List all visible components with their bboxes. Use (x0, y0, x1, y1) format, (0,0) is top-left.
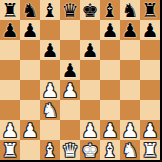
piece-black-pawn: ♟ (81, 40, 98, 60)
piece-black-pawn: ♟ (41, 40, 58, 60)
square-a1[interactable]: ♜ (0, 140, 20, 160)
square-b6[interactable] (20, 40, 40, 60)
piece-black-knight: ♞ (21, 0, 38, 20)
square-d2[interactable] (60, 120, 80, 140)
piece-white-rook: ♜ (141, 140, 158, 160)
square-b7[interactable]: ♟ (20, 20, 40, 40)
square-h1[interactable]: ♜ (140, 140, 160, 160)
square-c2[interactable] (40, 120, 60, 140)
square-g8[interactable]: ♞ (120, 0, 140, 20)
piece-white-pawn: ♟ (121, 120, 138, 140)
square-d8[interactable]: ♛ (60, 0, 80, 20)
square-d4[interactable]: ♟ (60, 80, 80, 100)
square-a5[interactable] (0, 60, 20, 80)
square-b3[interactable] (20, 100, 40, 120)
square-d5[interactable]: ♟ (60, 60, 80, 80)
piece-black-king: ♚ (81, 0, 98, 20)
piece-white-king: ♚ (81, 140, 98, 160)
square-d1[interactable]: ♛ (60, 140, 80, 160)
square-f7[interactable]: ♟ (100, 20, 120, 40)
piece-black-pawn: ♟ (1, 20, 18, 40)
chess-board-frame: ♜♞♝♛♚♝♞♜♟♟♟♟♟♟♟♟♟♟♞♟♟♟♟♟♟♜♝♛♚♝♞♜ (0, 0, 162, 162)
piece-white-pawn: ♟ (41, 80, 58, 100)
piece-black-knight: ♞ (121, 0, 138, 20)
square-h2[interactable]: ♟ (140, 120, 160, 140)
square-e8[interactable]: ♚ (80, 0, 100, 20)
piece-white-knight: ♞ (41, 100, 58, 120)
piece-white-queen: ♛ (61, 140, 78, 160)
square-d3[interactable] (60, 100, 80, 120)
square-f3[interactable] (100, 100, 120, 120)
piece-white-bishop: ♝ (41, 140, 58, 160)
square-c6[interactable]: ♟ (40, 40, 60, 60)
piece-black-pawn: ♟ (101, 20, 118, 40)
square-b5[interactable] (20, 60, 40, 80)
piece-black-pawn: ♟ (61, 60, 78, 80)
square-f8[interactable]: ♝ (100, 0, 120, 20)
square-b8[interactable]: ♞ (20, 0, 40, 20)
square-e1[interactable]: ♚ (80, 140, 100, 160)
piece-black-rook: ♜ (141, 0, 158, 20)
piece-black-pawn: ♟ (141, 20, 158, 40)
square-h7[interactable]: ♟ (140, 20, 160, 40)
square-e2[interactable]: ♟ (80, 120, 100, 140)
square-d6[interactable] (60, 40, 80, 60)
square-c8[interactable]: ♝ (40, 0, 60, 20)
square-h3[interactable] (140, 100, 160, 120)
square-a6[interactable] (0, 40, 20, 60)
square-h6[interactable] (140, 40, 160, 60)
piece-white-pawn: ♟ (101, 120, 118, 140)
square-a2[interactable]: ♟ (0, 120, 20, 140)
square-a7[interactable]: ♟ (0, 20, 20, 40)
piece-black-pawn: ♟ (21, 20, 38, 40)
piece-white-rook: ♜ (1, 140, 18, 160)
piece-white-pawn: ♟ (61, 80, 78, 100)
piece-white-bishop: ♝ (101, 140, 118, 160)
square-h5[interactable] (140, 60, 160, 80)
piece-black-rook: ♜ (1, 0, 18, 20)
square-h4[interactable] (140, 80, 160, 100)
square-g7[interactable]: ♟ (120, 20, 140, 40)
square-f5[interactable] (100, 60, 120, 80)
square-h8[interactable]: ♜ (140, 0, 160, 20)
chess-board: ♜♞♝♛♚♝♞♜♟♟♟♟♟♟♟♟♟♟♞♟♟♟♟♟♟♜♝♛♚♝♞♜ (0, 0, 160, 160)
square-g3[interactable] (120, 100, 140, 120)
square-b1[interactable] (20, 140, 40, 160)
piece-black-bishop: ♝ (101, 0, 118, 20)
square-g1[interactable]: ♞ (120, 140, 140, 160)
square-g2[interactable]: ♟ (120, 120, 140, 140)
piece-white-pawn: ♟ (81, 120, 98, 140)
piece-white-pawn: ♟ (141, 120, 158, 140)
piece-black-pawn: ♟ (121, 20, 138, 40)
square-c1[interactable]: ♝ (40, 140, 60, 160)
square-g4[interactable] (120, 80, 140, 100)
square-g6[interactable] (120, 40, 140, 60)
square-a4[interactable] (0, 80, 20, 100)
square-c7[interactable] (40, 20, 60, 40)
square-e3[interactable] (80, 100, 100, 120)
piece-white-pawn: ♟ (1, 120, 18, 140)
square-g5[interactable] (120, 60, 140, 80)
square-f2[interactable]: ♟ (100, 120, 120, 140)
square-c5[interactable] (40, 60, 60, 80)
square-b2[interactable]: ♟ (20, 120, 40, 140)
piece-white-knight: ♞ (121, 140, 138, 160)
piece-black-queen: ♛ (61, 0, 78, 20)
piece-black-bishop: ♝ (41, 0, 58, 20)
square-c3[interactable]: ♞ (40, 100, 60, 120)
square-f1[interactable]: ♝ (100, 140, 120, 160)
square-a8[interactable]: ♜ (0, 0, 20, 20)
square-b4[interactable] (20, 80, 40, 100)
square-f6[interactable] (100, 40, 120, 60)
square-e4[interactable] (80, 80, 100, 100)
square-a3[interactable] (0, 100, 20, 120)
square-d7[interactable] (60, 20, 80, 40)
square-c4[interactable]: ♟ (40, 80, 60, 100)
square-e7[interactable] (80, 20, 100, 40)
square-e6[interactable]: ♟ (80, 40, 100, 60)
piece-white-pawn: ♟ (21, 120, 38, 140)
square-f4[interactable] (100, 80, 120, 100)
square-e5[interactable] (80, 60, 100, 80)
